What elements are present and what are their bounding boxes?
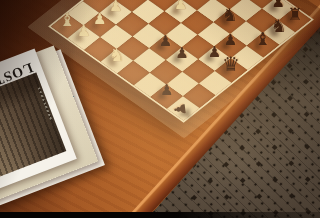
photo-scene: ♟♜♞♞♝♟♟♟♛♟♟♟♟♝♟♞♟♟ V LOST xyxy=(0,0,320,218)
white-knight-d1: ♞ xyxy=(105,42,129,66)
white-pawn-b1: ♟ xyxy=(72,19,96,43)
magazine-stack: V LOST xyxy=(0,43,94,205)
black-pawn-h1: ♟ xyxy=(167,95,194,122)
black-knight-f6: ♞ xyxy=(218,3,242,27)
white-pawn-d5: ♟ xyxy=(169,0,193,16)
black-bishop-h6: ♝ xyxy=(251,26,275,50)
bottom-dark-bar xyxy=(0,212,320,218)
black-pawn-f3: ♟ xyxy=(170,41,194,65)
black-queen-h4: ♛ xyxy=(219,52,243,76)
